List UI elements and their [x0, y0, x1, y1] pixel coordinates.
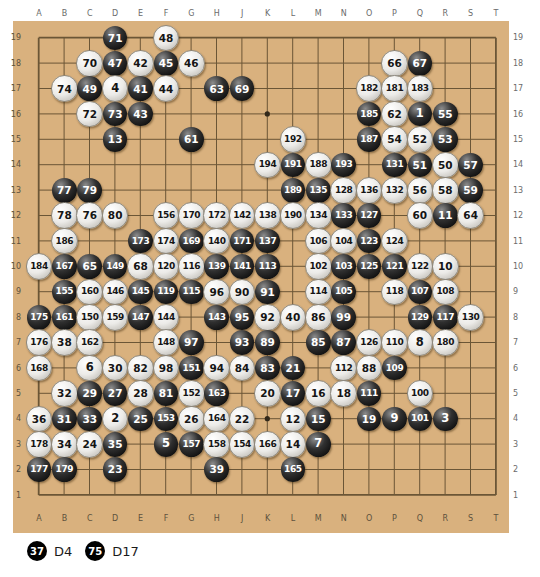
- move-number: 146: [106, 287, 124, 296]
- row-label-19: 19: [510, 25, 534, 50]
- black-stone-D16: 73: [103, 102, 128, 127]
- col-label-B: B: [52, 514, 77, 525]
- white-stone-P7: 110: [381, 329, 408, 356]
- move-number: 34: [57, 439, 72, 450]
- row-label-6: 6: [510, 355, 534, 380]
- black-stone-L13: 189: [281, 178, 306, 203]
- black-stone-G11: 169: [179, 229, 204, 254]
- black-stone-N8: 99: [331, 305, 356, 330]
- white-stone-F10: 120: [153, 253, 180, 280]
- white-stone-R9: 108: [432, 279, 459, 306]
- black-stone-N10: 103: [331, 254, 356, 279]
- move-number: 74: [57, 83, 72, 94]
- black-stone-E11: 173: [128, 229, 153, 254]
- white-stone-R14: 50: [432, 152, 459, 179]
- black-stone-D3: 35: [103, 432, 128, 457]
- move-number: 88: [362, 362, 377, 373]
- white-stone-D9: 146: [102, 279, 129, 306]
- move-number: 159: [106, 312, 124, 321]
- move-number: 4: [111, 83, 119, 95]
- white-stone-C8: 150: [76, 304, 103, 331]
- move-number: 131: [386, 160, 404, 169]
- white-stone-J9: 90: [229, 279, 256, 306]
- move-number: 102: [310, 262, 328, 271]
- white-stone-R13: 58: [432, 177, 459, 204]
- move-number: 84: [235, 362, 250, 373]
- white-stone-M14: 188: [305, 152, 332, 179]
- col-label-A: A: [26, 514, 51, 525]
- move-number: 12: [286, 413, 301, 424]
- move-number: 189: [284, 185, 302, 194]
- white-stone-H11: 140: [203, 228, 230, 255]
- row-label-2: 2: [2, 457, 24, 482]
- move-number: 132: [386, 185, 404, 194]
- move-number: 123: [360, 236, 378, 245]
- col-label-F: F: [153, 9, 178, 20]
- move-number: 32: [57, 388, 72, 399]
- move-number: 174: [157, 236, 175, 245]
- move-number: 61: [184, 134, 199, 145]
- white-stone-L3: 14: [280, 431, 307, 458]
- move-number: 114: [310, 287, 328, 296]
- move-number: 20: [260, 388, 275, 399]
- white-stone-H6: 94: [203, 355, 230, 382]
- white-stone-R7: 180: [432, 329, 459, 356]
- move-number: 175: [30, 312, 48, 321]
- move-number: 67: [413, 58, 428, 69]
- white-stone-N5: 18: [330, 380, 357, 407]
- black-stone-G3: 157: [179, 432, 204, 457]
- move-number: 78: [57, 210, 72, 221]
- white-stone-A6: 168: [26, 355, 53, 382]
- col-label-J: J: [229, 9, 254, 20]
- move-number: 93: [235, 337, 250, 348]
- move-number: 184: [30, 262, 48, 271]
- move-number: 66: [387, 58, 402, 69]
- move-number: 176: [30, 338, 48, 347]
- black-stone-G9: 115: [179, 280, 204, 305]
- move-number: 183: [411, 84, 429, 93]
- move-number: 29: [82, 388, 97, 399]
- white-stone-C6: 6: [76, 355, 103, 382]
- white-stone-E6: 82: [127, 355, 154, 382]
- white-stone-R10: 10: [432, 253, 459, 280]
- move-number: 68: [133, 261, 148, 272]
- move-number: 135: [309, 185, 327, 194]
- go-board-grid: 7148704742454666677449441446369182181183…: [26, 25, 509, 508]
- white-stone-Q10: 122: [407, 253, 434, 280]
- move-number: 51: [413, 159, 428, 170]
- black-stone-B8: 161: [52, 305, 77, 330]
- black-stone-J17: 69: [230, 76, 255, 101]
- black-stone-Q14: 51: [408, 153, 433, 178]
- move-number: 90: [235, 286, 250, 297]
- white-stone-K3: 166: [254, 431, 281, 458]
- white-stone-Q15: 52: [407, 126, 434, 153]
- move-number: 115: [183, 287, 201, 296]
- move-number: 79: [82, 185, 97, 196]
- black-stone-B4: 31: [52, 407, 77, 432]
- col-label-D: D: [102, 514, 127, 525]
- move-number: 179: [56, 465, 74, 474]
- move-number: 119: [157, 287, 175, 296]
- col-label-C: C: [77, 9, 102, 20]
- col-label-G: G: [179, 514, 204, 525]
- move-number: 63: [209, 83, 224, 94]
- white-stone-A7: 176: [26, 329, 53, 356]
- caption-stone-75: 75: [85, 541, 105, 561]
- white-stone-B11: 186: [51, 228, 78, 255]
- move-number: 152: [183, 388, 201, 397]
- black-stone-Q4: 101: [408, 407, 433, 432]
- move-number: 105: [335, 287, 353, 296]
- move-number: 110: [386, 338, 404, 347]
- white-stone-K8: 92: [254, 304, 281, 331]
- black-stone-O11: 123: [357, 229, 382, 254]
- column-labels-top: ABCDEFGHJKLMNOPQRST: [26, 9, 509, 20]
- white-stone-F6: 98: [153, 355, 180, 382]
- row-label-17: 17: [510, 76, 534, 101]
- row-label-2: 2: [510, 457, 534, 482]
- black-stone-H2: 39: [204, 457, 229, 482]
- row-label-12: 12: [2, 203, 24, 228]
- white-stone-O6: 88: [356, 355, 383, 382]
- move-number: 165: [284, 465, 302, 474]
- black-stone-B13: 77: [52, 178, 77, 203]
- move-number: 185: [360, 109, 378, 118]
- row-label-1: 1: [2, 482, 24, 507]
- white-stone-D4: 2: [102, 406, 129, 433]
- move-number: 87: [336, 337, 351, 348]
- move-number: 166: [259, 439, 277, 448]
- black-stone-D2: 23: [103, 457, 128, 482]
- move-number: 64: [463, 210, 478, 221]
- black-stone-D5: 27: [103, 381, 128, 406]
- white-stone-K12: 138: [254, 202, 281, 229]
- black-stone-O4: 19: [357, 407, 382, 432]
- row-label-14: 14: [2, 152, 24, 177]
- move-number: 133: [335, 211, 353, 220]
- move-number: 30: [108, 362, 123, 373]
- white-stone-C7: 162: [76, 329, 103, 356]
- move-number: 128: [335, 185, 353, 194]
- white-stone-J4: 22: [229, 406, 256, 433]
- move-number: 191: [284, 160, 302, 169]
- black-stone-D18: 47: [103, 51, 128, 76]
- row-label-8: 8: [510, 305, 534, 330]
- black-stone-G6: 151: [179, 356, 204, 381]
- move-number: 57: [463, 159, 478, 170]
- move-number: 116: [183, 262, 201, 271]
- col-label-G: G: [179, 9, 204, 20]
- col-label-T: T: [483, 9, 508, 20]
- go-game-diagram: ABCDEFGHJKLMNOPQRST ABCDEFGHJKLMNOPQRST …: [0, 0, 540, 577]
- move-number: 161: [56, 312, 74, 321]
- row-label-3: 3: [2, 432, 24, 457]
- star-point-K4: [265, 416, 270, 421]
- white-stone-L4: 12: [280, 406, 307, 433]
- black-stone-L5: 17: [281, 381, 306, 406]
- black-stone-E17: 41: [128, 76, 153, 101]
- white-stone-Q17: 183: [407, 75, 434, 102]
- white-stone-P15: 54: [381, 126, 408, 153]
- move-number: 158: [208, 439, 226, 448]
- move-number: 21: [286, 362, 301, 373]
- move-number: 49: [82, 83, 97, 94]
- move-number: 101: [411, 414, 429, 423]
- move-number: 1: [416, 108, 424, 120]
- move-number: 147: [132, 312, 150, 321]
- col-label-P: P: [382, 514, 407, 525]
- white-stone-D8: 159: [102, 304, 129, 331]
- col-label-S: S: [458, 514, 483, 525]
- white-stone-D12: 80: [102, 202, 129, 229]
- move-number: 167: [56, 262, 74, 271]
- move-number: 85: [311, 337, 326, 348]
- black-stone-B2: 179: [52, 457, 77, 482]
- move-number: 11: [438, 210, 453, 221]
- move-number: 72: [82, 108, 97, 119]
- black-stone-A8: 175: [27, 305, 52, 330]
- move-number: 77: [57, 185, 72, 196]
- move-number: 142: [233, 211, 251, 220]
- white-stone-F11: 174: [153, 228, 180, 255]
- white-stone-F17: 44: [153, 75, 180, 102]
- col-label-E: E: [128, 514, 153, 525]
- col-label-N: N: [331, 514, 356, 525]
- move-number: 23: [108, 464, 123, 475]
- move-number: 60: [413, 210, 428, 221]
- col-label-L: L: [280, 9, 305, 20]
- white-stone-G4: 26: [178, 406, 205, 433]
- black-stone-E16: 43: [128, 102, 153, 127]
- row-label-11: 11: [510, 228, 534, 253]
- row-label-6: 6: [2, 355, 24, 380]
- black-stone-N12: 133: [331, 203, 356, 228]
- move-number: 46: [184, 58, 199, 69]
- move-number: 65: [82, 261, 97, 272]
- move-number: 180: [436, 338, 454, 347]
- row-label-9: 9: [2, 279, 24, 304]
- black-stone-A2: 177: [27, 457, 52, 482]
- col-label-S: S: [458, 9, 483, 20]
- move-number: 70: [82, 58, 97, 69]
- row-labels-left: 19181716151413121110987654321: [2, 25, 24, 508]
- black-stone-N9: 105: [331, 280, 356, 305]
- caption-point-D4: D4: [54, 544, 72, 559]
- col-label-B: B: [52, 9, 77, 20]
- move-number: 92: [260, 312, 275, 323]
- white-stone-G18: 46: [178, 50, 205, 77]
- white-stone-N11: 104: [330, 228, 357, 255]
- col-label-K: K: [255, 9, 280, 20]
- move-number: 98: [159, 362, 174, 373]
- col-label-R: R: [433, 514, 458, 525]
- move-number: 139: [208, 262, 226, 271]
- white-stone-B17: 74: [51, 75, 78, 102]
- white-stone-O13: 136: [356, 177, 383, 204]
- row-label-18: 18: [510, 51, 534, 76]
- white-stone-A4: 36: [26, 406, 53, 433]
- move-number: 43: [133, 108, 148, 119]
- move-number: 27: [108, 388, 123, 399]
- black-stone-K6: 83: [255, 356, 280, 381]
- white-stone-N13: 128: [330, 177, 357, 204]
- row-label-4: 4: [510, 406, 534, 431]
- col-label-M: M: [306, 514, 331, 525]
- black-stone-S13: 59: [458, 178, 483, 203]
- white-stone-P13: 132: [381, 177, 408, 204]
- move-number: 35: [108, 438, 123, 449]
- move-number: 117: [436, 312, 454, 321]
- move-number: 193: [335, 160, 353, 169]
- black-stone-J8: 95: [230, 305, 255, 330]
- row-label-1: 1: [510, 482, 534, 507]
- col-label-R: R: [433, 9, 458, 20]
- row-label-11: 11: [2, 228, 24, 253]
- move-number: 170: [183, 211, 201, 220]
- black-stone-L2: 165: [281, 457, 306, 482]
- move-number: 140: [208, 236, 226, 245]
- row-label-19: 19: [2, 25, 24, 50]
- move-number: 109: [386, 363, 404, 372]
- black-stone-K11: 137: [255, 229, 280, 254]
- black-stone-O12: 127: [357, 203, 382, 228]
- move-number: 126: [360, 338, 378, 347]
- white-stone-G10: 116: [178, 253, 205, 280]
- black-stone-Q16: 1: [408, 102, 433, 127]
- row-label-14: 14: [510, 152, 534, 177]
- move-number: 163: [208, 388, 226, 397]
- row-label-16: 16: [2, 101, 24, 126]
- row-label-9: 9: [510, 279, 534, 304]
- black-stone-R16: 55: [433, 102, 458, 127]
- move-number: 118: [386, 287, 404, 296]
- move-number: 39: [209, 464, 224, 475]
- white-stone-J3: 154: [229, 431, 256, 458]
- row-label-15: 15: [2, 127, 24, 152]
- move-number: 26: [184, 413, 199, 424]
- move-number: 31: [57, 413, 72, 424]
- black-stone-Q18: 67: [408, 51, 433, 76]
- row-label-13: 13: [510, 178, 534, 203]
- white-stone-M12: 134: [305, 202, 332, 229]
- move-number: 162: [81, 338, 99, 347]
- move-number: 145: [132, 287, 150, 296]
- move-number: 154: [233, 439, 251, 448]
- move-number: 112: [335, 363, 353, 372]
- white-stone-F8: 144: [153, 304, 180, 331]
- move-number: 86: [311, 312, 326, 323]
- black-stone-G7: 97: [179, 330, 204, 355]
- col-label-H: H: [204, 9, 229, 20]
- move-number: 9: [390, 413, 398, 425]
- white-stone-H3: 158: [203, 431, 230, 458]
- white-stone-Q7: 8: [407, 329, 434, 356]
- row-label-4: 4: [2, 406, 24, 431]
- move-number: 124: [386, 236, 404, 245]
- move-number: 168: [30, 363, 48, 372]
- white-stone-D6: 30: [102, 355, 129, 382]
- move-number: 54: [387, 134, 402, 145]
- black-stone-O15: 187: [357, 127, 382, 152]
- black-stone-H8: 143: [204, 305, 229, 330]
- black-stone-C17: 49: [77, 76, 102, 101]
- col-label-E: E: [128, 9, 153, 20]
- move-number: 125: [360, 262, 378, 271]
- move-number: 155: [56, 287, 74, 296]
- white-stone-B12: 78: [51, 202, 78, 229]
- move-number: 76: [82, 210, 97, 221]
- black-stone-E4: 25: [128, 407, 153, 432]
- move-number: 192: [284, 135, 302, 144]
- move-number: 14: [286, 439, 301, 450]
- white-stone-M8: 86: [305, 304, 332, 331]
- move-number: 157: [183, 439, 201, 448]
- move-number: 44: [159, 83, 174, 94]
- white-stone-M11: 106: [305, 228, 332, 255]
- col-label-K: K: [255, 514, 280, 525]
- white-stone-C16: 72: [76, 101, 103, 128]
- white-stone-L8: 40: [280, 304, 307, 331]
- move-number: 107: [411, 287, 429, 296]
- black-stone-J7: 93: [230, 330, 255, 355]
- white-stone-F19: 48: [153, 25, 180, 52]
- black-stone-M13: 135: [306, 178, 331, 203]
- move-number: 47: [108, 58, 123, 69]
- row-label-15: 15: [510, 127, 534, 152]
- col-label-F: F: [153, 514, 178, 525]
- white-stone-O17: 182: [356, 75, 383, 102]
- star-point-K16: [265, 112, 270, 117]
- column-labels-bottom: ABCDEFGHJKLMNOPQRST: [26, 514, 509, 525]
- move-number: 38: [57, 337, 72, 348]
- move-number: 106: [310, 236, 328, 245]
- move-number: 17: [286, 388, 301, 399]
- move-number: 59: [463, 185, 478, 196]
- move-number: 8: [416, 336, 424, 348]
- col-label-P: P: [382, 9, 407, 20]
- white-stone-S8: 130: [457, 304, 484, 331]
- move-number: 71: [108, 32, 123, 43]
- row-label-18: 18: [2, 51, 24, 76]
- move-number: 28: [133, 388, 148, 399]
- white-stone-N6: 112: [330, 355, 357, 382]
- col-label-A: A: [26, 9, 51, 20]
- white-stone-K14: 194: [254, 152, 281, 179]
- col-label-M: M: [306, 9, 331, 20]
- move-number: 141: [233, 262, 251, 271]
- black-stone-R15: 53: [433, 127, 458, 152]
- white-stone-G12: 170: [178, 202, 205, 229]
- move-number: 188: [310, 160, 328, 169]
- move-number: 10: [438, 261, 453, 272]
- move-number: 103: [335, 262, 353, 271]
- caption-stone-37: 37: [27, 541, 47, 561]
- col-label-Q: Q: [407, 9, 432, 20]
- move-number: 182: [360, 84, 378, 93]
- black-stone-F3: 5: [154, 432, 179, 457]
- black-stone-K10: 113: [255, 254, 280, 279]
- move-number: 113: [259, 262, 277, 271]
- black-stone-F18: 45: [154, 51, 179, 76]
- white-stone-Q13: 56: [407, 177, 434, 204]
- black-stone-L14: 191: [281, 153, 306, 178]
- move-number: 50: [438, 159, 453, 170]
- white-stone-Q5: 100: [407, 380, 434, 407]
- move-number: 56: [413, 185, 428, 196]
- move-number: 190: [284, 211, 302, 220]
